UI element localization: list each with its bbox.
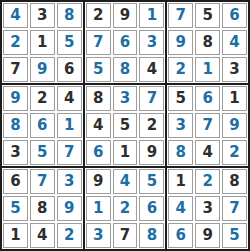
cell-r8c5[interactable]: 2: [113, 196, 138, 221]
cell-r9c7[interactable]: 6: [168, 223, 193, 248]
cell-r2c6[interactable]: 3: [139, 30, 164, 55]
cell-r1c6[interactable]: 1: [139, 3, 164, 28]
cell-r4c7[interactable]: 5: [168, 86, 193, 111]
cell-r3c2[interactable]: 9: [30, 57, 55, 82]
box-2-3: 561379842: [167, 85, 248, 166]
cell-r2c4[interactable]: 7: [86, 30, 111, 55]
cell-r6c4[interactable]: 6: [86, 140, 111, 165]
cell-r4c1[interactable]: 9: [3, 86, 28, 111]
cell-r6c8[interactable]: 4: [195, 140, 220, 165]
cell-r2c9[interactable]: 4: [222, 30, 247, 55]
cell-r9c3[interactable]: 2: [57, 223, 82, 248]
box-3-2: 945126378: [85, 168, 166, 249]
cell-r3c1[interactable]: 7: [3, 57, 28, 82]
cell-r7c9[interactable]: 8: [222, 169, 247, 194]
cell-r4c6[interactable]: 7: [139, 86, 164, 111]
cell-r8c4[interactable]: 1: [86, 196, 111, 221]
cell-r7c5[interactable]: 4: [113, 169, 138, 194]
cell-r7c4[interactable]: 9: [86, 169, 111, 194]
cell-r5c5[interactable]: 5: [113, 113, 138, 138]
cell-r9c9[interactable]: 5: [222, 223, 247, 248]
cell-r1c8[interactable]: 5: [195, 3, 220, 28]
cell-r5c8[interactable]: 7: [195, 113, 220, 138]
cell-r4c9[interactable]: 1: [222, 86, 247, 111]
cell-r5c6[interactable]: 2: [139, 113, 164, 138]
cell-r3c8[interactable]: 1: [195, 57, 220, 82]
cell-r7c3[interactable]: 3: [57, 169, 82, 194]
cell-r3c9[interactable]: 3: [222, 57, 247, 82]
cell-r4c5[interactable]: 3: [113, 86, 138, 111]
cell-r1c4[interactable]: 2: [86, 3, 111, 28]
cell-r8c8[interactable]: 3: [195, 196, 220, 221]
cell-r7c1[interactable]: 6: [3, 169, 28, 194]
cell-r9c4[interactable]: 3: [86, 223, 111, 248]
cell-r4c2[interactable]: 2: [30, 86, 55, 111]
cell-r3c4[interactable]: 5: [86, 57, 111, 82]
cell-r1c7[interactable]: 7: [168, 3, 193, 28]
cell-r9c2[interactable]: 4: [30, 223, 55, 248]
cell-r5c4[interactable]: 4: [86, 113, 111, 138]
cell-r7c7[interactable]: 1: [168, 169, 193, 194]
cell-r5c3[interactable]: 1: [57, 113, 82, 138]
box-2-2: 837452619: [85, 85, 166, 166]
cell-r2c2[interactable]: 1: [30, 30, 55, 55]
cell-r2c1[interactable]: 2: [3, 30, 28, 55]
cell-r5c1[interactable]: 8: [3, 113, 28, 138]
cell-r6c1[interactable]: 3: [3, 140, 28, 165]
cell-r3c6[interactable]: 4: [139, 57, 164, 82]
cell-r9c1[interactable]: 1: [3, 223, 28, 248]
cell-r3c3[interactable]: 6: [57, 57, 82, 82]
cell-r1c9[interactable]: 6: [222, 3, 247, 28]
cell-r4c4[interactable]: 8: [86, 86, 111, 111]
cell-r1c1[interactable]: 4: [3, 3, 28, 28]
cell-r6c5[interactable]: 1: [113, 140, 138, 165]
cell-r3c7[interactable]: 2: [168, 57, 193, 82]
cell-r6c6[interactable]: 9: [139, 140, 164, 165]
cell-r8c7[interactable]: 4: [168, 196, 193, 221]
cell-r8c1[interactable]: 5: [3, 196, 28, 221]
cell-r8c6[interactable]: 6: [139, 196, 164, 221]
cell-r7c2[interactable]: 7: [30, 169, 55, 194]
cell-r7c6[interactable]: 5: [139, 169, 164, 194]
cell-r6c3[interactable]: 7: [57, 140, 82, 165]
cell-r6c9[interactable]: 2: [222, 140, 247, 165]
cell-r9c6[interactable]: 8: [139, 223, 164, 248]
box-3-3: 128437695: [167, 168, 248, 249]
box-1-1: 438215796: [2, 2, 83, 83]
box-2-1: 924861357: [2, 85, 83, 166]
cell-r2c3[interactable]: 5: [57, 30, 82, 55]
cell-r2c5[interactable]: 6: [113, 30, 138, 55]
cell-r1c3[interactable]: 8: [57, 3, 82, 28]
sudoku-board: 4382157962917635847569842139248613578374…: [0, 0, 250, 251]
cell-r4c8[interactable]: 6: [195, 86, 220, 111]
cell-r6c2[interactable]: 5: [30, 140, 55, 165]
cell-r8c9[interactable]: 7: [222, 196, 247, 221]
cell-r8c2[interactable]: 8: [30, 196, 55, 221]
cell-r1c5[interactable]: 9: [113, 3, 138, 28]
box-1-2: 291763584: [85, 2, 166, 83]
cell-r4c3[interactable]: 4: [57, 86, 82, 111]
cell-r7c8[interactable]: 2: [195, 169, 220, 194]
cell-r1c2[interactable]: 3: [30, 3, 55, 28]
cell-r6c7[interactable]: 8: [168, 140, 193, 165]
cell-r8c3[interactable]: 9: [57, 196, 82, 221]
box-3-1: 673589142: [2, 168, 83, 249]
cell-r9c5[interactable]: 7: [113, 223, 138, 248]
cell-r2c8[interactable]: 8: [195, 30, 220, 55]
cell-r9c8[interactable]: 9: [195, 223, 220, 248]
cell-r5c2[interactable]: 6: [30, 113, 55, 138]
cell-r3c5[interactable]: 8: [113, 57, 138, 82]
cell-r5c9[interactable]: 9: [222, 113, 247, 138]
cell-r2c7[interactable]: 9: [168, 30, 193, 55]
box-1-3: 756984213: [167, 2, 248, 83]
cell-r5c7[interactable]: 3: [168, 113, 193, 138]
